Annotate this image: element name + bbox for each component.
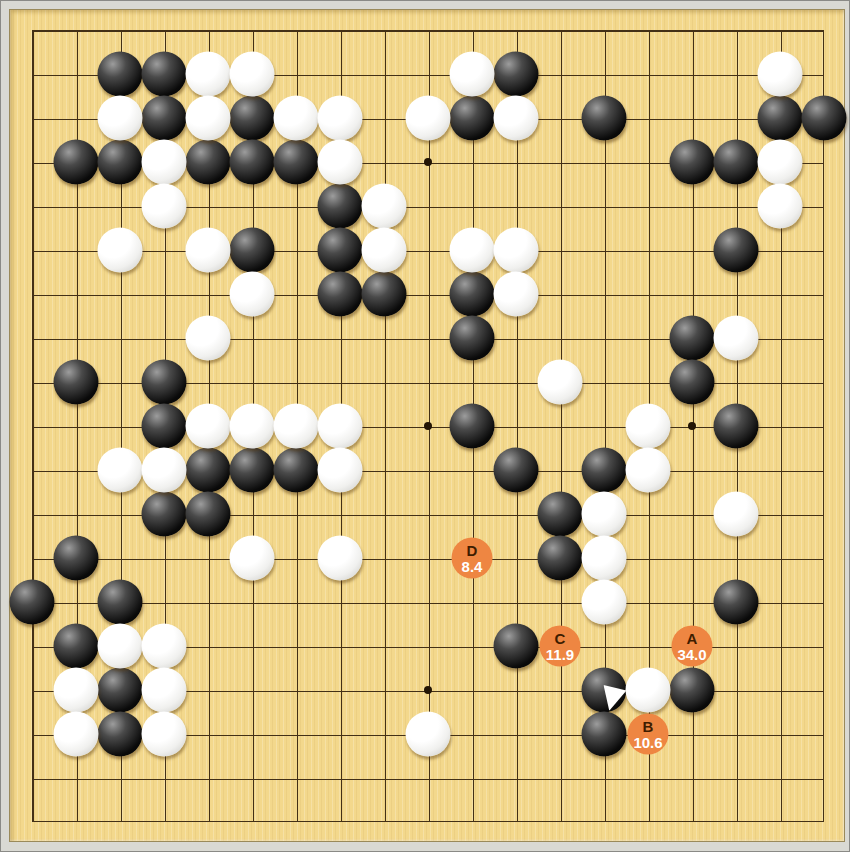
black-stone[interactable] — [186, 448, 231, 493]
white-stone[interactable] — [186, 316, 231, 361]
black-stone[interactable] — [362, 272, 407, 317]
black-stone[interactable] — [186, 140, 231, 185]
black-stone[interactable] — [758, 96, 803, 141]
white-stone[interactable] — [714, 492, 759, 537]
black-stone[interactable] — [318, 228, 363, 273]
white-stone[interactable] — [626, 448, 671, 493]
white-stone[interactable] — [582, 536, 627, 581]
black-stone[interactable] — [494, 448, 539, 493]
black-stone[interactable] — [230, 96, 275, 141]
white-stone[interactable] — [142, 448, 187, 493]
black-stone[interactable] — [670, 140, 715, 185]
suggestion-letter: D — [467, 542, 478, 558]
suggestion-letter: C — [555, 630, 566, 646]
white-stone[interactable] — [450, 52, 495, 97]
white-stone[interactable] — [582, 580, 627, 625]
black-stone[interactable] — [142, 96, 187, 141]
white-stone[interactable] — [142, 184, 187, 229]
white-stone[interactable] — [318, 448, 363, 493]
black-stone[interactable] — [450, 404, 495, 449]
white-stone[interactable] — [142, 712, 187, 757]
white-stone[interactable] — [186, 404, 231, 449]
black-stone[interactable] — [230, 448, 275, 493]
black-stone[interactable] — [54, 140, 99, 185]
white-stone[interactable] — [318, 96, 363, 141]
white-stone[interactable] — [230, 404, 275, 449]
goban[interactable]: A34.0B10.6C11.9D8.4 — [9, 9, 845, 842]
suggestion-marker-B[interactable]: B10.6 — [628, 714, 669, 755]
white-stone[interactable] — [142, 140, 187, 185]
black-stone[interactable] — [494, 52, 539, 97]
black-stone[interactable] — [230, 228, 275, 273]
white-stone[interactable] — [318, 404, 363, 449]
white-stone[interactable] — [318, 536, 363, 581]
black-stone[interactable] — [10, 580, 55, 625]
white-stone[interactable] — [538, 360, 583, 405]
white-stone[interactable] — [758, 140, 803, 185]
white-stone[interactable] — [230, 272, 275, 317]
black-stone[interactable] — [318, 272, 363, 317]
star-point — [424, 158, 432, 166]
suggestion-marker-A[interactable]: A34.0 — [672, 626, 713, 667]
black-stone[interactable] — [142, 492, 187, 537]
suggestion-marker-C[interactable]: C11.9 — [540, 626, 581, 667]
black-stone[interactable] — [714, 580, 759, 625]
black-stone[interactable] — [274, 448, 319, 493]
black-stone[interactable] — [318, 184, 363, 229]
black-stone[interactable] — [582, 668, 627, 713]
black-stone[interactable] — [670, 668, 715, 713]
black-stone[interactable] — [142, 360, 187, 405]
black-stone[interactable] — [98, 712, 143, 757]
white-stone[interactable] — [362, 228, 407, 273]
white-stone[interactable] — [714, 316, 759, 361]
black-stone[interactable] — [670, 360, 715, 405]
white-stone[interactable] — [494, 96, 539, 141]
white-stone[interactable] — [406, 96, 451, 141]
white-stone[interactable] — [582, 492, 627, 537]
white-stone[interactable] — [406, 712, 451, 757]
black-stone[interactable] — [494, 624, 539, 669]
white-stone[interactable] — [142, 668, 187, 713]
black-stone[interactable] — [450, 272, 495, 317]
white-stone[interactable] — [98, 228, 143, 273]
suggestion-letter: A — [687, 630, 698, 646]
white-stone[interactable] — [626, 404, 671, 449]
suggestion-value: 8.4 — [462, 558, 483, 574]
white-stone[interactable] — [758, 184, 803, 229]
black-stone[interactable] — [714, 404, 759, 449]
black-stone[interactable] — [54, 360, 99, 405]
suggestion-value: 34.0 — [677, 646, 706, 662]
white-stone[interactable] — [54, 712, 99, 757]
black-stone[interactable] — [142, 404, 187, 449]
black-stone[interactable] — [714, 228, 759, 273]
black-stone[interactable] — [714, 140, 759, 185]
black-stone[interactable] — [98, 668, 143, 713]
white-stone[interactable] — [230, 52, 275, 97]
white-stone[interactable] — [98, 624, 143, 669]
white-stone[interactable] — [758, 52, 803, 97]
black-stone[interactable] — [802, 96, 847, 141]
black-stone[interactable] — [98, 52, 143, 97]
white-stone[interactable] — [186, 96, 231, 141]
window-frame: A34.0B10.6C11.9D8.4 — [0, 0, 850, 852]
white-stone[interactable] — [142, 624, 187, 669]
black-stone[interactable] — [582, 96, 627, 141]
black-stone[interactable] — [54, 536, 99, 581]
white-stone[interactable] — [494, 272, 539, 317]
white-stone[interactable] — [186, 228, 231, 273]
suggestion-marker-D[interactable]: D8.4 — [452, 538, 493, 579]
white-stone[interactable] — [318, 140, 363, 185]
black-stone[interactable] — [274, 140, 319, 185]
star-point — [424, 686, 432, 694]
black-stone[interactable] — [538, 492, 583, 537]
black-stone[interactable] — [538, 536, 583, 581]
white-stone[interactable] — [450, 228, 495, 273]
suggestion-value: 10.6 — [633, 734, 662, 750]
black-stone[interactable] — [142, 52, 187, 97]
star-point — [688, 422, 696, 430]
white-stone[interactable] — [98, 448, 143, 493]
white-stone[interactable] — [626, 668, 671, 713]
suggestion-letter: B — [643, 718, 654, 734]
white-stone[interactable] — [274, 96, 319, 141]
suggestion-value: 11.9 — [546, 646, 574, 662]
white-stone[interactable] — [230, 536, 275, 581]
star-point — [424, 422, 432, 430]
black-stone[interactable] — [450, 96, 495, 141]
black-stone[interactable] — [98, 580, 143, 625]
white-stone[interactable] — [98, 96, 143, 141]
white-stone[interactable] — [274, 404, 319, 449]
black-stone[interactable] — [230, 140, 275, 185]
black-stone[interactable] — [582, 448, 627, 493]
white-stone[interactable] — [54, 668, 99, 713]
white-stone[interactable] — [494, 228, 539, 273]
black-stone[interactable] — [582, 712, 627, 757]
black-stone[interactable] — [670, 316, 715, 361]
black-stone[interactable] — [186, 492, 231, 537]
white-stone[interactable] — [362, 184, 407, 229]
black-stone[interactable] — [98, 140, 143, 185]
black-stone[interactable] — [54, 624, 99, 669]
black-stone[interactable] — [450, 316, 495, 361]
white-stone[interactable] — [186, 52, 231, 97]
